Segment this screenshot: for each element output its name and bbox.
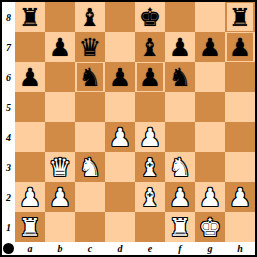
square-e4[interactable]: ♟: [135, 122, 165, 152]
black-rook: ♜: [17, 3, 43, 31]
square-e8[interactable]: ♚: [135, 2, 165, 32]
white-pawn: ♟: [197, 183, 223, 211]
white-bishop: ♝: [137, 183, 163, 211]
square-e3[interactable]: ♝: [135, 152, 165, 182]
black-knight: ♞: [77, 63, 103, 91]
chess-board: ♜♝♚♜♟♛♝♟♟♟♟♞♟♟♞♟♟♛♞♝♞♟♟♝♟♟♟♜♜♚: [15, 2, 255, 242]
square-g3[interactable]: [195, 152, 225, 182]
square-h6[interactable]: [225, 62, 255, 92]
file-label-c: c: [75, 242, 105, 255]
black-pawn: ♟: [167, 33, 193, 61]
square-e5[interactable]: [135, 92, 165, 122]
file-labels: abcdefgh: [15, 242, 255, 255]
white-pawn: ♟: [137, 123, 163, 151]
side-to-move-indicator: [3, 243, 14, 254]
square-b2[interactable]: ♟: [45, 182, 75, 212]
square-b8[interactable]: [45, 2, 75, 32]
square-e7[interactable]: ♝: [135, 32, 165, 62]
square-f1[interactable]: ♜: [165, 212, 195, 242]
square-a7[interactable]: [15, 32, 45, 62]
square-a1[interactable]: ♜: [15, 212, 45, 242]
black-pawn: ♟: [17, 63, 43, 91]
board-corner: [2, 242, 15, 255]
square-c7[interactable]: ♛: [75, 32, 105, 62]
black-bishop: ♝: [137, 33, 163, 61]
square-f2[interactable]: ♟: [165, 182, 195, 212]
white-pawn: ♟: [167, 183, 193, 211]
square-h5[interactable]: [225, 92, 255, 122]
square-e2[interactable]: ♝: [135, 182, 165, 212]
black-bishop: ♝: [77, 3, 103, 31]
square-g1[interactable]: ♚: [195, 212, 225, 242]
white-knight: ♞: [77, 153, 103, 181]
file-label-f: f: [165, 242, 195, 255]
square-a4[interactable]: [15, 122, 45, 152]
rank-label-3: 3: [2, 152, 15, 182]
white-pawn: ♟: [17, 183, 43, 211]
white-pawn: ♟: [47, 183, 73, 211]
square-b7[interactable]: ♟: [45, 32, 75, 62]
square-c1[interactable]: [75, 212, 105, 242]
white-pawn: ♟: [227, 183, 253, 211]
square-g4[interactable]: [195, 122, 225, 152]
file-label-b: b: [45, 242, 75, 255]
white-king: ♚: [197, 213, 223, 241]
square-f4[interactable]: [165, 122, 195, 152]
file-label-e: e: [135, 242, 165, 255]
square-b6[interactable]: [45, 62, 75, 92]
black-knight: ♞: [167, 63, 193, 91]
square-a5[interactable]: [15, 92, 45, 122]
square-h4[interactable]: [225, 122, 255, 152]
rank-label-7: 7: [2, 32, 15, 62]
rank-label-4: 4: [2, 122, 15, 152]
black-pawn: ♟: [137, 63, 163, 91]
white-knight: ♞: [167, 153, 193, 181]
square-d1[interactable]: [105, 212, 135, 242]
file-label-h: h: [225, 242, 255, 255]
file-label-a: a: [15, 242, 45, 255]
square-g6[interactable]: [195, 62, 225, 92]
square-e1[interactable]: [135, 212, 165, 242]
square-d8[interactable]: [105, 2, 135, 32]
square-h8[interactable]: ♜: [225, 2, 255, 32]
square-c3[interactable]: ♞: [75, 152, 105, 182]
square-h2[interactable]: ♟: [225, 182, 255, 212]
square-h3[interactable]: [225, 152, 255, 182]
square-a3[interactable]: [15, 152, 45, 182]
black-pawn: ♟: [107, 63, 133, 91]
square-a2[interactable]: ♟: [15, 182, 45, 212]
square-f5[interactable]: [165, 92, 195, 122]
square-f8[interactable]: [165, 2, 195, 32]
square-d3[interactable]: [105, 152, 135, 182]
square-f7[interactable]: ♟: [165, 32, 195, 62]
square-g8[interactable]: [195, 2, 225, 32]
black-pawn: ♟: [197, 33, 223, 61]
square-a6[interactable]: ♟: [15, 62, 45, 92]
square-b3[interactable]: ♛: [45, 152, 75, 182]
white-rook: ♜: [167, 213, 193, 241]
chess-diagram: 87654321 ♜♝♚♜♟♛♝♟♟♟♟♞♟♟♞♟♟♛♞♝♞♟♟♝♟♟♟♜♜♚ …: [0, 0, 257, 257]
square-d6[interactable]: ♟: [105, 62, 135, 92]
square-h1[interactable]: [225, 212, 255, 242]
black-pawn: ♟: [47, 33, 73, 61]
square-f3[interactable]: ♞: [165, 152, 195, 182]
square-d7[interactable]: [105, 32, 135, 62]
rank-label-2: 2: [2, 182, 15, 212]
rank-label-1: 1: [2, 212, 15, 242]
rank-label-8: 8: [2, 2, 15, 32]
white-rook: ♜: [17, 213, 43, 241]
rank-label-5: 5: [2, 92, 15, 122]
square-e6[interactable]: ♟: [135, 62, 165, 92]
square-b1[interactable]: [45, 212, 75, 242]
rank-label-6: 6: [2, 62, 15, 92]
black-rook: ♜: [227, 3, 253, 31]
rank-labels: 87654321: [2, 2, 15, 242]
square-a8[interactable]: ♜: [15, 2, 45, 32]
square-f6[interactable]: ♞: [165, 62, 195, 92]
file-label-g: g: [195, 242, 225, 255]
square-c6[interactable]: ♞: [75, 62, 105, 92]
square-h7[interactable]: ♟: [225, 32, 255, 62]
square-b4[interactable]: [45, 122, 75, 152]
square-g2[interactable]: ♟: [195, 182, 225, 212]
square-b5[interactable]: [45, 92, 75, 122]
square-d2[interactable]: [105, 182, 135, 212]
black-queen: ♛: [77, 33, 103, 61]
black-king: ♚: [137, 3, 163, 31]
square-g5[interactable]: [195, 92, 225, 122]
white-pawn: ♟: [107, 123, 133, 151]
black-pawn: ♟: [227, 33, 253, 61]
square-d4[interactable]: ♟: [105, 122, 135, 152]
white-queen: ♛: [47, 153, 73, 181]
file-label-d: d: [105, 242, 135, 255]
square-c5[interactable]: [75, 92, 105, 122]
square-c4[interactable]: [75, 122, 105, 152]
square-c2[interactable]: [75, 182, 105, 212]
square-c8[interactable]: ♝: [75, 2, 105, 32]
square-d5[interactable]: [105, 92, 135, 122]
square-g7[interactable]: ♟: [195, 32, 225, 62]
white-bishop: ♝: [137, 153, 163, 181]
